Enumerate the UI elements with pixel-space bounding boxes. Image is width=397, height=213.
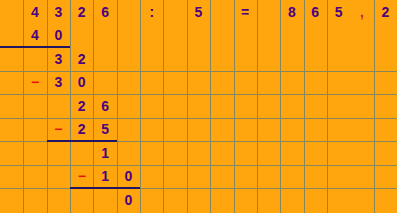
cell-r0-c6: : [140, 0, 163, 24]
division-grid: 4326:5=865,24032−3026−251−100 [0, 0, 397, 213]
cell-r4-c4: 6 [93, 94, 116, 118]
cell-r5-c4: 5 [93, 118, 116, 142]
cell-r0-c3: 2 [70, 0, 93, 24]
cell-r7-c4: 1 [93, 165, 116, 189]
cell-r6-c4: 1 [93, 141, 116, 165]
grid-vline [163, 0, 164, 213]
grid-vline [280, 0, 281, 213]
cell-r0-c16: 2 [374, 0, 397, 24]
cell-r4-c3: 2 [70, 94, 93, 118]
grid-hline [0, 94, 397, 95]
grid-vline [140, 0, 141, 213]
grid-vline [304, 0, 305, 213]
cell-r0-c1: 4 [23, 0, 46, 24]
grid-hline [0, 188, 397, 189]
cell-r7-c3-minus-sign: − [70, 165, 93, 189]
cell-r2-c3: 2 [70, 47, 93, 71]
cell-r0-c4: 6 [93, 0, 116, 24]
grid-vline [327, 0, 328, 213]
grid-vline [187, 0, 188, 213]
cell-r3-c3: 0 [70, 71, 93, 95]
cell-r0-c13: 6 [304, 0, 327, 24]
cell-r1-c1: 4 [23, 24, 46, 48]
cell-r0-c14: 5 [327, 0, 350, 24]
cell-r5-c2-minus-sign: − [47, 118, 70, 142]
cell-r3-c1-minus-sign: − [23, 71, 46, 95]
cell-r2-c2: 3 [47, 47, 70, 71]
cell-r8-c5: 0 [117, 188, 140, 212]
cell-r0-c8: 5 [187, 0, 210, 24]
cell-r5-c3: 2 [70, 118, 93, 142]
grid-vline [234, 0, 235, 213]
cell-r1-c2: 0 [47, 24, 70, 48]
grid-vline [257, 0, 258, 213]
grid-hline [0, 165, 397, 166]
cell-r0-c12: 8 [280, 0, 303, 24]
cell-r3-c2: 3 [47, 71, 70, 95]
cell-r7-c5: 0 [117, 165, 140, 189]
cell-r0-c15-decimal-comma: , [350, 0, 373, 24]
grid-vline [210, 0, 211, 213]
cell-r0-c10: = [234, 0, 257, 24]
cell-r0-c2: 3 [47, 0, 70, 24]
grid-vline [374, 0, 375, 213]
